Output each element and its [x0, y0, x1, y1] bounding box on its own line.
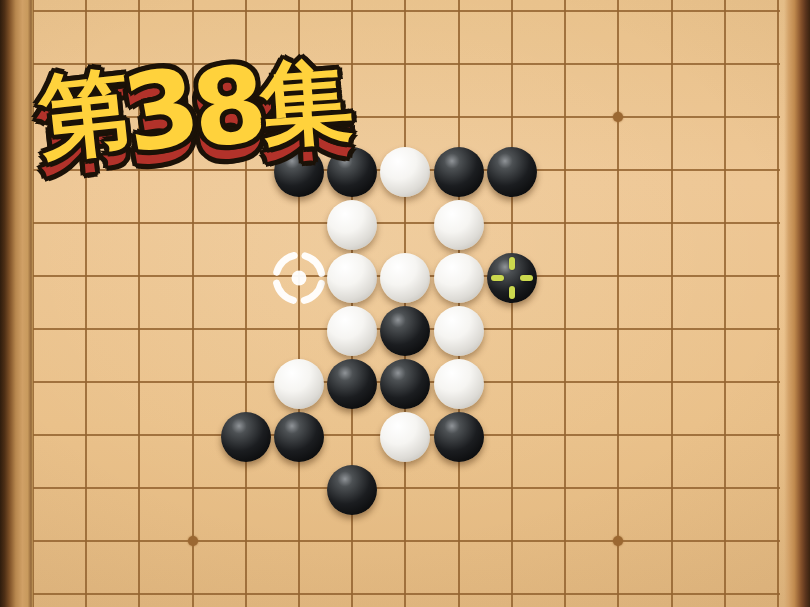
last-move-cross-icon	[509, 286, 515, 299]
star-point	[613, 536, 623, 546]
black-stone	[327, 465, 377, 515]
white-stone	[434, 253, 484, 303]
black-stone	[434, 147, 484, 197]
title-char: 集	[257, 54, 355, 152]
grid-line-horizontal	[33, 593, 780, 595]
white-stone	[380, 412, 430, 462]
move-hint-marker[interactable]	[265, 244, 333, 312]
black-stone	[380, 359, 430, 409]
episode-title-text: 第38集	[39, 48, 352, 170]
white-stone	[380, 253, 430, 303]
white-stone	[434, 359, 484, 409]
white-stone	[327, 306, 377, 356]
black-stone	[487, 147, 537, 197]
white-stone	[380, 147, 430, 197]
episode-title-overlay: 第38集 第38集	[39, 48, 352, 170]
grid-line-vertical	[511, 0, 513, 607]
white-stone	[434, 200, 484, 250]
grid-line-vertical	[777, 0, 779, 607]
last-move-cross-icon	[520, 275, 533, 281]
black-stone	[327, 359, 377, 409]
black-stone	[434, 412, 484, 462]
black-stone	[380, 306, 430, 356]
white-stone	[327, 200, 377, 250]
grid-line-vertical	[458, 0, 460, 607]
white-stone	[434, 306, 484, 356]
grid-line-vertical	[671, 0, 673, 607]
grid-line-vertical	[564, 0, 566, 607]
board-right-edge	[784, 0, 810, 607]
star-point	[188, 536, 198, 546]
last-move-cross-icon	[509, 257, 515, 270]
grid-line-horizontal	[33, 540, 780, 542]
board-left-edge	[0, 0, 33, 607]
white-stone	[327, 253, 377, 303]
grid-line-horizontal	[33, 487, 780, 489]
gomoku-board[interactable]: 第38集 第38集	[0, 0, 810, 607]
black-stone	[221, 412, 271, 462]
star-point	[613, 112, 623, 122]
grid-line-horizontal	[33, 10, 780, 12]
grid-line-vertical	[724, 0, 726, 607]
grid-line-vertical	[404, 0, 406, 607]
white-stone	[274, 359, 324, 409]
black-stone	[274, 412, 324, 462]
grid-line-vertical	[617, 0, 619, 607]
last-move-cross-icon	[491, 275, 504, 281]
last-move-stone	[487, 253, 537, 303]
grid-line-horizontal	[33, 222, 780, 224]
